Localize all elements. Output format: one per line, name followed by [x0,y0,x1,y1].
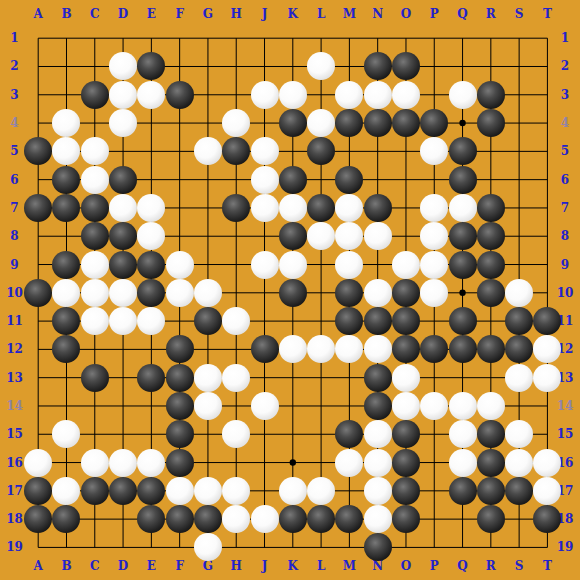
white-stone-J6[interactable] [251,166,279,194]
white-stone-E3[interactable] [137,81,165,109]
black-stone-D17[interactable] [109,477,137,505]
col-label-top-M: M [343,8,356,20]
col-label-top-L: L [317,8,325,20]
black-stone-K8[interactable] [279,222,307,250]
white-stone-J5[interactable] [251,137,279,165]
row-label-left-17: 17 [6,485,23,497]
row-label-left-2: 2 [10,60,18,72]
col-label-top-S: S [515,8,524,20]
white-stone-G14[interactable] [194,392,222,420]
row-label-left-4: 4 [10,117,18,129]
black-stone-N14[interactable] [364,392,392,420]
white-stone-J14[interactable] [251,392,279,420]
col-label-bottom-R: R [486,560,496,572]
white-stone-G17[interactable] [194,477,222,505]
white-stone-T13[interactable] [533,364,561,392]
white-stone-K7[interactable] [279,194,307,222]
white-stone-J9[interactable] [251,251,279,279]
white-stone-M3[interactable] [335,81,363,109]
white-stone-K9[interactable] [279,251,307,279]
row-label-left-1: 1 [10,32,18,44]
white-stone-N17[interactable] [364,477,392,505]
col-label-top-H: H [231,8,242,20]
black-stone-F15[interactable] [166,420,194,448]
black-stone-Q8[interactable] [449,222,477,250]
white-stone-Q14[interactable] [449,392,477,420]
white-stone-N12[interactable] [364,335,392,363]
white-stone-P10[interactable] [420,279,448,307]
white-stone-N8[interactable] [364,222,392,250]
row-label-left-13: 13 [6,372,23,384]
row-label-left-18: 18 [6,513,23,525]
col-label-bottom-J: J [262,560,268,572]
row-label-right-6: 6 [561,174,569,186]
black-stone-L7[interactable] [307,194,335,222]
white-stone-H17[interactable] [222,477,250,505]
col-label-top-Q: Q [457,8,467,20]
black-stone-M10[interactable] [335,279,363,307]
black-stone-C3[interactable] [81,81,109,109]
white-stone-S13[interactable] [505,364,533,392]
black-stone-R9[interactable] [477,251,505,279]
black-stone-K10[interactable] [279,279,307,307]
row-label-left-8: 8 [10,230,18,242]
col-label-top-G: G [203,8,213,20]
white-stone-Q7[interactable] [449,194,477,222]
white-stone-K12[interactable] [279,335,307,363]
white-stone-S10[interactable] [505,279,533,307]
black-stone-K6[interactable] [279,166,307,194]
black-stone-A7[interactable] [24,194,52,222]
black-stone-N2[interactable] [364,52,392,80]
row-label-left-11: 11 [6,315,23,327]
white-stone-D7[interactable] [109,194,137,222]
row-label-left-19: 19 [6,541,23,553]
black-stone-H7[interactable] [222,194,250,222]
black-stone-M6[interactable] [335,166,363,194]
white-stone-D10[interactable] [109,279,137,307]
black-stone-R16[interactable] [477,449,505,477]
white-stone-N18[interactable] [364,505,392,533]
row-label-right-9: 9 [561,259,569,271]
white-stone-O14[interactable] [392,392,420,420]
white-stone-Q15[interactable] [449,420,477,448]
black-stone-C17[interactable] [81,477,109,505]
black-stone-Q6[interactable] [449,166,477,194]
white-stone-N15[interactable] [364,420,392,448]
white-stone-F9[interactable] [166,251,194,279]
black-stone-E13[interactable] [137,364,165,392]
col-label-bottom-N: N [372,560,383,572]
col-label-top-N: N [372,8,383,20]
white-stone-Q16[interactable] [449,449,477,477]
black-stone-J12[interactable] [251,335,279,363]
white-stone-A16[interactable] [24,449,52,477]
black-stone-R3[interactable] [477,81,505,109]
col-label-bottom-G: G [203,560,213,572]
row-label-left-12: 12 [6,343,23,355]
col-label-bottom-C: C [90,560,100,572]
black-stone-O18[interactable] [392,505,420,533]
hoshi-point-Q4 [459,120,465,126]
col-label-bottom-M: M [343,560,356,572]
white-stone-M9[interactable] [335,251,363,279]
black-stone-N11[interactable] [364,307,392,335]
white-stone-O3[interactable] [392,81,420,109]
row-label-right-10: 10 [557,287,574,299]
white-stone-Q3[interactable] [449,81,477,109]
white-stone-D3[interactable] [109,81,137,109]
black-stone-R15[interactable] [477,420,505,448]
black-stone-O11[interactable] [392,307,420,335]
white-stone-L17[interactable] [307,477,335,505]
col-label-top-C: C [90,8,100,20]
black-stone-B6[interactable] [52,166,80,194]
black-stone-B9[interactable] [52,251,80,279]
go-board[interactable]: AABBCCDDEEFFGGHHJJKKLLMMNNOOPPQQRRSSTT11… [0,0,580,580]
white-stone-C11[interactable] [81,307,109,335]
white-stone-D4[interactable] [109,109,137,137]
white-stone-G10[interactable] [194,279,222,307]
black-stone-C8[interactable] [81,222,109,250]
row-label-right-4: 4 [561,117,569,129]
black-stone-Q9[interactable] [449,251,477,279]
col-label-bottom-K: K [288,560,298,572]
black-stone-F18[interactable] [166,505,194,533]
col-label-bottom-O: O [401,560,411,572]
black-stone-R10[interactable] [477,279,505,307]
col-label-top-E: E [147,8,156,20]
row-label-left-15: 15 [6,428,23,440]
black-stone-G18[interactable] [194,505,222,533]
white-stone-N16[interactable] [364,449,392,477]
row-label-right-8: 8 [561,230,569,242]
hoshi-point-K16 [290,459,296,465]
black-stone-K4[interactable] [279,109,307,137]
col-label-bottom-H: H [231,560,242,572]
black-stone-F14[interactable] [166,392,194,420]
col-label-top-O: O [401,8,411,20]
row-label-right-1: 1 [561,32,569,44]
white-stone-K17[interactable] [279,477,307,505]
row-label-left-5: 5 [10,145,18,157]
black-stone-N7[interactable] [364,194,392,222]
row-label-right-14: 14 [557,400,574,412]
row-label-right-19: 19 [557,541,574,553]
col-label-bottom-L: L [317,560,325,572]
white-stone-T16[interactable] [533,449,561,477]
row-label-right-15: 15 [557,428,574,440]
black-stone-F13[interactable] [166,364,194,392]
row-label-right-7: 7 [561,202,569,214]
black-stone-O17[interactable] [392,477,420,505]
white-stone-J18[interactable] [251,505,279,533]
white-stone-C9[interactable] [81,251,109,279]
col-label-top-P: P [430,8,439,20]
white-stone-C5[interactable] [81,137,109,165]
white-stone-F10[interactable] [166,279,194,307]
row-label-left-10: 10 [6,287,23,299]
black-stone-N19[interactable] [364,533,392,561]
black-stone-G11[interactable] [194,307,222,335]
white-stone-K3[interactable] [279,81,307,109]
col-label-bottom-D: D [118,560,128,572]
white-stone-C16[interactable] [81,449,109,477]
col-label-top-T: T [543,8,552,20]
white-stone-H13[interactable] [222,364,250,392]
row-label-right-5: 5 [561,145,569,157]
col-label-bottom-T: T [543,560,552,572]
white-stone-J3[interactable] [251,81,279,109]
white-stone-P9[interactable] [420,251,448,279]
row-label-left-3: 3 [10,89,18,101]
black-stone-Q5[interactable] [449,137,477,165]
black-stone-O16[interactable] [392,449,420,477]
black-stone-R7[interactable] [477,194,505,222]
col-label-top-K: K [288,8,298,20]
white-stone-R14[interactable] [477,392,505,420]
hoshi-point-Q10 [459,290,465,296]
black-stone-E17[interactable] [137,477,165,505]
col-label-top-A: A [34,8,43,20]
white-stone-E16[interactable] [137,449,165,477]
col-label-top-R: R [486,8,496,20]
black-stone-R4[interactable] [477,109,505,137]
white-stone-P7[interactable] [420,194,448,222]
black-stone-C13[interactable] [81,364,109,392]
black-stone-N13[interactable] [364,364,392,392]
black-stone-O4[interactable] [392,109,420,137]
white-stone-C6[interactable] [81,166,109,194]
black-stone-C7[interactable] [81,194,109,222]
black-stone-E10[interactable] [137,279,165,307]
black-stone-Q11[interactable] [449,307,477,335]
col-label-top-D: D [118,8,128,20]
row-label-left-14: 14 [6,400,23,412]
white-stone-F17[interactable] [166,477,194,505]
col-label-bottom-S: S [515,560,524,572]
black-stone-K18[interactable] [279,505,307,533]
black-stone-R8[interactable] [477,222,505,250]
col-label-top-F: F [175,8,184,20]
black-stone-S17[interactable] [505,477,533,505]
row-label-left-7: 7 [10,202,18,214]
col-label-top-B: B [61,8,71,20]
white-stone-O9[interactable] [392,251,420,279]
white-stone-D16[interactable] [109,449,137,477]
black-stone-F16[interactable] [166,449,194,477]
white-stone-N3[interactable] [364,81,392,109]
row-label-right-2: 2 [561,60,569,72]
black-stone-O10[interactable] [392,279,420,307]
white-stone-M16[interactable] [335,449,363,477]
white-stone-C10[interactable] [81,279,109,307]
black-stone-F3[interactable] [166,81,194,109]
row-label-left-16: 16 [6,457,23,469]
col-label-bottom-Q: Q [457,560,467,572]
black-stone-E9[interactable] [137,251,165,279]
black-stone-Q12[interactable] [449,335,477,363]
black-stone-F12[interactable] [166,335,194,363]
black-stone-R17[interactable] [477,477,505,505]
col-label-bottom-A: A [34,560,43,572]
black-stone-R18[interactable] [477,505,505,533]
col-label-top-J: J [262,8,268,20]
col-label-bottom-B: B [61,560,71,572]
col-label-bottom-P: P [430,560,439,572]
white-stone-J7[interactable] [251,194,279,222]
black-stone-A10[interactable] [24,279,52,307]
col-label-bottom-E: E [147,560,156,572]
white-stone-S16[interactable] [505,449,533,477]
white-stone-O13[interactable] [392,364,420,392]
white-stone-G13[interactable] [194,364,222,392]
white-stone-L4[interactable] [307,109,335,137]
white-stone-N10[interactable] [364,279,392,307]
black-stone-N4[interactable] [364,109,392,137]
black-stone-D6[interactable] [109,166,137,194]
row-label-right-3: 3 [561,89,569,101]
black-stone-D9[interactable] [109,251,137,279]
white-stone-D11[interactable] [109,307,137,335]
black-stone-Q17[interactable] [449,477,477,505]
col-label-bottom-F: F [175,560,184,572]
black-stone-A17[interactable] [24,477,52,505]
row-label-left-6: 6 [10,174,18,186]
row-label-left-9: 9 [10,259,18,271]
